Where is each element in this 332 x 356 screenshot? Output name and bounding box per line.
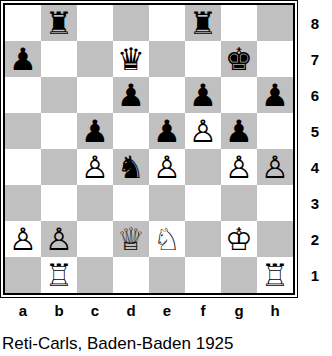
square-a5 <box>5 113 41 149</box>
chess-board: ♜♜♟♛♚♟♟♟♟♟♙♟♙♞♙♙♙♙♙♕♘♔♖♖ <box>0 0 298 298</box>
file-label-e: e <box>149 300 185 320</box>
white-pawn: ♙ <box>9 221 37 257</box>
square-d8 <box>113 5 149 41</box>
file-label-h: h <box>257 300 293 320</box>
square-b2: ♙ <box>41 221 77 257</box>
square-e2: ♘ <box>149 221 185 257</box>
black-pawn: ♟ <box>261 77 289 113</box>
rank-labels: 87654321 <box>300 5 330 293</box>
square-e8 <box>149 5 185 41</box>
square-c4: ♙ <box>77 149 113 185</box>
square-f7 <box>185 41 221 77</box>
chess-board-squares: ♜♜♟♛♚♟♟♟♟♟♙♟♙♞♙♙♙♙♙♕♘♔♖♖ <box>3 3 295 295</box>
square-b8: ♜ <box>41 5 77 41</box>
square-f4 <box>185 149 221 185</box>
square-d6: ♟ <box>113 77 149 113</box>
white-rook: ♖ <box>261 257 289 293</box>
square-e3 <box>149 185 185 221</box>
rank-label-3: 3 <box>300 185 330 221</box>
square-a4 <box>5 149 41 185</box>
square-c6 <box>77 77 113 113</box>
square-d1 <box>113 257 149 293</box>
square-c2 <box>77 221 113 257</box>
white-pawn: ♙ <box>225 149 253 185</box>
square-h1: ♖ <box>257 257 293 293</box>
square-e7 <box>149 41 185 77</box>
white-pawn: ♙ <box>261 149 289 185</box>
white-pawn: ♙ <box>81 149 109 185</box>
square-a2: ♙ <box>5 221 41 257</box>
black-rook: ♜ <box>189 5 217 41</box>
square-d3 <box>113 185 149 221</box>
square-a1 <box>5 257 41 293</box>
file-label-b: b <box>41 300 77 320</box>
square-c3 <box>77 185 113 221</box>
square-c1 <box>77 257 113 293</box>
square-b1: ♖ <box>41 257 77 293</box>
file-label-d: d <box>113 300 149 320</box>
square-g5: ♟ <box>221 113 257 149</box>
square-g4: ♙ <box>221 149 257 185</box>
rank-label-7: 7 <box>300 41 330 77</box>
square-g6 <box>221 77 257 113</box>
square-g8 <box>221 5 257 41</box>
black-queen: ♛ <box>117 41 145 77</box>
square-f5: ♙ <box>185 113 221 149</box>
square-h8 <box>257 5 293 41</box>
rank-label-8: 8 <box>300 5 330 41</box>
white-knight: ♘ <box>153 221 181 257</box>
file-label-a: a <box>5 300 41 320</box>
black-pawn: ♟ <box>81 113 109 149</box>
white-king: ♔ <box>225 221 253 257</box>
square-a7: ♟ <box>5 41 41 77</box>
game-caption: Reti-Carls, Baden-Baden 1925 <box>2 334 234 354</box>
black-pawn: ♟ <box>9 41 37 77</box>
square-h5 <box>257 113 293 149</box>
square-b7 <box>41 41 77 77</box>
square-h6: ♟ <box>257 77 293 113</box>
square-f6: ♟ <box>185 77 221 113</box>
black-rook: ♜ <box>45 5 73 41</box>
square-g3 <box>221 185 257 221</box>
square-f1 <box>185 257 221 293</box>
square-d5 <box>113 113 149 149</box>
square-f2 <box>185 221 221 257</box>
square-e1 <box>149 257 185 293</box>
square-f8: ♜ <box>185 5 221 41</box>
square-a3 <box>5 185 41 221</box>
square-b6 <box>41 77 77 113</box>
black-pawn: ♟ <box>189 77 217 113</box>
square-b5 <box>41 113 77 149</box>
square-c5: ♟ <box>77 113 113 149</box>
square-g7: ♚ <box>221 41 257 77</box>
square-a8 <box>5 5 41 41</box>
square-d7: ♛ <box>113 41 149 77</box>
white-pawn: ♙ <box>189 113 217 149</box>
rank-label-5: 5 <box>300 113 330 149</box>
black-pawn: ♟ <box>153 113 181 149</box>
file-labels: abcdefgh <box>5 300 293 320</box>
rank-label-4: 4 <box>300 149 330 185</box>
square-c7 <box>77 41 113 77</box>
square-g1 <box>221 257 257 293</box>
square-c8 <box>77 5 113 41</box>
square-e6 <box>149 77 185 113</box>
white-rook: ♖ <box>45 257 73 293</box>
square-b3 <box>41 185 77 221</box>
white-queen: ♕ <box>117 221 145 257</box>
file-label-f: f <box>185 300 221 320</box>
white-pawn: ♙ <box>45 221 73 257</box>
black-pawn: ♟ <box>117 77 145 113</box>
white-pawn: ♙ <box>153 149 181 185</box>
rank-label-1: 1 <box>300 257 330 293</box>
square-a6 <box>5 77 41 113</box>
square-f3 <box>185 185 221 221</box>
square-g2: ♔ <box>221 221 257 257</box>
file-label-c: c <box>77 300 113 320</box>
file-label-g: g <box>221 300 257 320</box>
square-b4 <box>41 149 77 185</box>
square-h3 <box>257 185 293 221</box>
rank-label-2: 2 <box>300 221 330 257</box>
black-king: ♚ <box>225 41 253 77</box>
square-h7 <box>257 41 293 77</box>
black-knight: ♞ <box>117 149 145 185</box>
square-d4: ♞ <box>113 149 149 185</box>
rank-label-6: 6 <box>300 77 330 113</box>
square-e5: ♟ <box>149 113 185 149</box>
black-pawn: ♟ <box>225 113 253 149</box>
square-d2: ♕ <box>113 221 149 257</box>
square-h4: ♙ <box>257 149 293 185</box>
square-h2 <box>257 221 293 257</box>
square-e4: ♙ <box>149 149 185 185</box>
